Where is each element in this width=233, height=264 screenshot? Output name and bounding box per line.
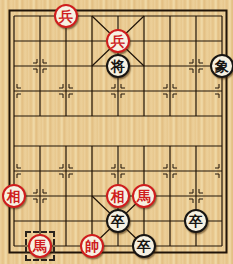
xiangqi-board: 兵兵将象相相馬卒卒馬帥卒 — [0, 0, 233, 264]
piece-glyph: 卒 — [189, 211, 203, 231]
piece-glyph: 象 — [215, 56, 229, 76]
piece-glyph: 馬 — [137, 186, 151, 206]
piece-glyph: 兵 — [111, 31, 125, 51]
piece-red-soldier[interactable]: 兵 — [54, 4, 78, 28]
piece-black-soldier[interactable]: 卒 — [106, 209, 130, 233]
piece-black-general[interactable]: 将 — [106, 54, 130, 78]
piece-black-elephant[interactable]: 象 — [210, 54, 233, 78]
piece-red-elephant[interactable]: 相 — [106, 184, 130, 208]
piece-glyph: 将 — [111, 56, 125, 76]
piece-glyph: 帥 — [85, 236, 99, 256]
piece-glyph: 相 — [111, 186, 125, 206]
piece-glyph: 卒 — [137, 236, 151, 256]
piece-red-elephant[interactable]: 相 — [2, 184, 26, 208]
piece-black-soldier[interactable]: 卒 — [132, 234, 156, 258]
piece-red-horse[interactable]: 馬 — [28, 234, 52, 258]
piece-glyph: 馬 — [33, 236, 47, 256]
piece-black-soldier[interactable]: 卒 — [184, 209, 208, 233]
piece-glyph: 卒 — [111, 211, 125, 231]
piece-glyph: 兵 — [59, 6, 73, 26]
piece-red-soldier[interactable]: 兵 — [106, 29, 130, 53]
piece-red-general[interactable]: 帥 — [80, 234, 104, 258]
piece-red-horse[interactable]: 馬 — [132, 184, 156, 208]
piece-glyph: 相 — [7, 186, 21, 206]
